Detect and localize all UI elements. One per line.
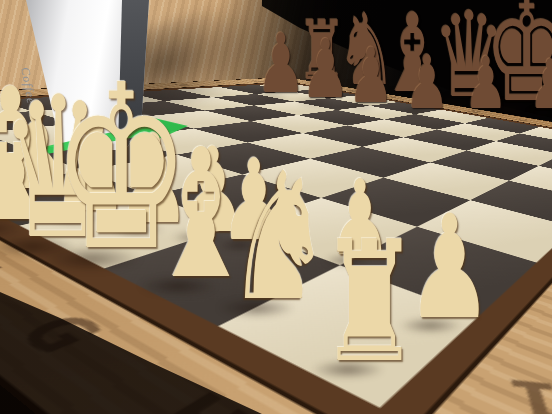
piece-white-rook-h1[interactable]: ♜ xyxy=(313,219,427,386)
piece-black-pawn-d7[interactable]: ♟ xyxy=(402,45,452,119)
chess-scene: AABBCCDDEEFFGGHH1122334455667788 Coffee … xyxy=(0,0,552,414)
piece-black-pawn-f7[interactable]: ♟ xyxy=(527,51,552,119)
piece-black-pawn-c7[interactable]: ♟ xyxy=(345,38,397,114)
piece-black-pawn-e7[interactable]: ♟ xyxy=(462,47,511,119)
